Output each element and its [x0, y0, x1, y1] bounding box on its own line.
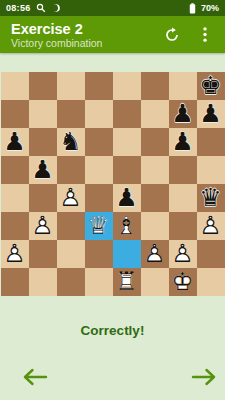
square-a5[interactable] — [1, 156, 29, 184]
square-d1[interactable] — [85, 268, 113, 296]
square-a2[interactable]: ♟︎♙︎ — [1, 240, 29, 268]
square-c7[interactable] — [57, 100, 85, 128]
square-h2[interactable] — [197, 240, 225, 268]
moon-icon — [51, 3, 61, 13]
square-g3[interactable] — [169, 212, 197, 240]
square-a8[interactable] — [1, 72, 29, 100]
piece-white-pawn[interactable]: ♟︎♙︎ — [169, 240, 197, 268]
piece-outline: ♗︎ — [113, 212, 141, 240]
status-bar: 08:56 70% — [0, 0, 225, 16]
piece-black-pawn[interactable]: ♟︎ — [169, 128, 197, 156]
square-b8[interactable] — [29, 72, 57, 100]
square-c4[interactable]: ♟︎♙︎ — [57, 184, 85, 212]
piece-outline: ♙︎ — [141, 240, 169, 268]
square-e8[interactable] — [113, 72, 141, 100]
square-e4[interactable]: ♟︎ — [113, 184, 141, 212]
result-message: Correctly! — [0, 323, 225, 338]
square-d5[interactable] — [85, 156, 113, 184]
piece-outline: ♕︎ — [85, 212, 113, 240]
square-c3[interactable] — [57, 212, 85, 240]
piece-outline: ♙︎ — [1, 240, 29, 268]
piece-white-bishop[interactable]: ♝︎♗︎ — [113, 212, 141, 240]
square-e7[interactable] — [113, 100, 141, 128]
square-f3[interactable] — [141, 212, 169, 240]
piece-black-pawn[interactable]: ♟︎ — [113, 184, 141, 212]
square-g1[interactable]: ♚︎♔︎ — [169, 268, 197, 296]
piece-white-pawn[interactable]: ♟︎♙︎ — [29, 212, 57, 240]
toolbar-actions — [163, 26, 217, 44]
piece-white-pawn[interactable]: ♟︎♙︎ — [1, 240, 29, 268]
square-b3[interactable]: ♟︎♙︎ — [29, 212, 57, 240]
square-a3[interactable] — [1, 212, 29, 240]
piece-black-queen[interactable]: ♛︎ — [197, 184, 225, 212]
square-b2[interactable] — [29, 240, 57, 268]
overflow-menu-icon[interactable] — [196, 26, 214, 44]
square-f2[interactable]: ♟︎♙︎ — [141, 240, 169, 268]
arrow-left-icon[interactable] — [22, 368, 48, 390]
search-icon — [36, 3, 46, 13]
square-b1[interactable] — [29, 268, 57, 296]
piece-outline: ♖︎ — [113, 268, 141, 296]
app-toolbar: Exercise 2 Victory combination — [0, 16, 225, 53]
clock-time: 08:56 — [6, 3, 31, 13]
piece-outline: ♙︎ — [197, 212, 225, 240]
square-d8[interactable] — [85, 72, 113, 100]
square-a4[interactable] — [1, 184, 29, 212]
square-e6[interactable] — [113, 128, 141, 156]
square-h5[interactable] — [197, 156, 225, 184]
battery-percent: 70% — [201, 3, 219, 13]
piece-white-pawn[interactable]: ♟︎♙︎ — [57, 184, 85, 212]
piece-black-pawn[interactable]: ♟︎ — [29, 156, 57, 184]
square-b5[interactable]: ♟︎ — [29, 156, 57, 184]
square-h7[interactable]: ♟︎ — [197, 100, 225, 128]
piece-white-king[interactable]: ♚︎♔︎ — [169, 268, 197, 296]
square-f1[interactable] — [141, 268, 169, 296]
square-b4[interactable] — [29, 184, 57, 212]
square-e3[interactable]: ♝︎♗︎ — [113, 212, 141, 240]
piece-white-pawn[interactable]: ♟︎♙︎ — [141, 240, 169, 268]
piece-black-knight[interactable]: ♞︎ — [57, 128, 85, 156]
square-f4[interactable] — [141, 184, 169, 212]
square-g8[interactable] — [169, 72, 197, 100]
square-g7[interactable]: ♟︎ — [169, 100, 197, 128]
piece-black-pawn[interactable]: ♟︎ — [197, 100, 225, 128]
square-c6[interactable]: ♞︎ — [57, 128, 85, 156]
square-g4[interactable] — [169, 184, 197, 212]
square-a1[interactable] — [1, 268, 29, 296]
square-c5[interactable] — [57, 156, 85, 184]
square-e2[interactable] — [113, 240, 141, 268]
refresh-icon[interactable] — [163, 26, 181, 44]
piece-outline: ♙︎ — [169, 240, 197, 268]
square-g2[interactable]: ♟︎♙︎ — [169, 240, 197, 268]
square-c8[interactable] — [57, 72, 85, 100]
square-b6[interactable] — [29, 128, 57, 156]
square-d6[interactable] — [85, 128, 113, 156]
piece-outline: ♙︎ — [57, 184, 85, 212]
square-b7[interactable] — [29, 100, 57, 128]
piece-outline: ♙︎ — [29, 212, 57, 240]
board-area: ♚︎♟︎♟︎♟︎♞︎♟︎♟︎♟︎♙︎♟︎♛︎♟︎♙︎♛︎♕︎♝︎♗︎♟︎♙︎♟︎… — [0, 53, 225, 296]
arrow-right-icon[interactable] — [191, 368, 217, 390]
page-subtitle: Victory combination — [11, 37, 102, 49]
toolbar-titles: Exercise 2 Victory combination — [11, 21, 102, 49]
square-c2[interactable] — [57, 240, 85, 268]
square-h4[interactable]: ♛︎ — [197, 184, 225, 212]
square-f6[interactable] — [141, 128, 169, 156]
square-h1[interactable] — [197, 268, 225, 296]
piece-white-rook[interactable]: ♜︎♖︎ — [113, 268, 141, 296]
piece-outline: ♔︎ — [169, 268, 197, 296]
battery-icon — [189, 3, 196, 14]
chess-board: ♚︎♟︎♟︎♟︎♞︎♟︎♟︎♟︎♙︎♟︎♛︎♟︎♙︎♛︎♕︎♝︎♗︎♟︎♙︎♟︎… — [1, 72, 225, 296]
square-a7[interactable] — [1, 100, 29, 128]
piece-black-pawn[interactable]: ♟︎ — [169, 100, 197, 128]
square-e1[interactable]: ♜︎♖︎ — [113, 268, 141, 296]
square-f5[interactable] — [141, 156, 169, 184]
square-a6[interactable]: ♟︎ — [1, 128, 29, 156]
piece-black-king[interactable]: ♚︎ — [197, 72, 225, 100]
square-d4[interactable] — [85, 184, 113, 212]
square-d3[interactable]: ♛︎♕︎ — [85, 212, 113, 240]
square-g6[interactable]: ♟︎ — [169, 128, 197, 156]
piece-black-pawn[interactable]: ♟︎ — [1, 128, 29, 156]
square-g5[interactable] — [169, 156, 197, 184]
square-d7[interactable] — [85, 100, 113, 128]
square-c1[interactable] — [57, 268, 85, 296]
square-h6[interactable] — [197, 128, 225, 156]
piece-white-pawn[interactable]: ♟︎♙︎ — [197, 212, 225, 240]
square-d2[interactable] — [85, 240, 113, 268]
square-f8[interactable] — [141, 72, 169, 100]
square-e5[interactable] — [113, 156, 141, 184]
page-title: Exercise 2 — [11, 21, 102, 37]
square-f7[interactable] — [141, 100, 169, 128]
square-h8[interactable]: ♚︎ — [197, 72, 225, 100]
square-h3[interactable]: ♟︎♙︎ — [197, 212, 225, 240]
piece-white-queen[interactable]: ♛︎♕︎ — [85, 212, 113, 240]
